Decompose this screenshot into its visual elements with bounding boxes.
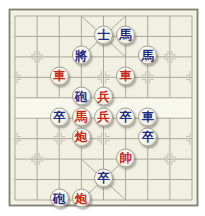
- xiangqi-board: 士馬將馬車車砲兵卒馬兵卒車炮卒帥卒砲炮: [0, 0, 205, 216]
- piece-red-cannon[interactable]: 炮: [72, 189, 91, 208]
- piece-black-soldier[interactable]: 卒: [50, 107, 69, 126]
- piece-red-chariot[interactable]: 車: [116, 66, 135, 85]
- piece-black-horse[interactable]: 馬: [116, 25, 135, 44]
- piece-black-chariot[interactable]: 車: [138, 107, 157, 126]
- piece-black-soldier[interactable]: 卒: [94, 169, 113, 188]
- piece-black-advisor[interactable]: 士: [94, 25, 113, 44]
- piece-red-chariot[interactable]: 車: [50, 66, 69, 85]
- piece-black-soldier[interactable]: 卒: [138, 128, 157, 147]
- piece-red-general[interactable]: 帥: [116, 148, 135, 167]
- piece-black-cannon[interactable]: 砲: [72, 87, 91, 106]
- piece-red-soldier[interactable]: 兵: [94, 107, 113, 126]
- pieces-layer: 士馬將馬車車砲兵卒馬兵卒車炮卒帥卒砲炮: [4, 6, 203, 210]
- piece-black-cannon[interactable]: 砲: [50, 189, 69, 208]
- piece-black-soldier[interactable]: 卒: [116, 107, 135, 126]
- piece-red-cannon[interactable]: 炮: [72, 128, 91, 147]
- piece-black-horse[interactable]: 馬: [138, 46, 157, 65]
- piece-black-general[interactable]: 將: [72, 46, 91, 65]
- piece-red-horse[interactable]: 馬: [72, 107, 91, 126]
- piece-red-soldier[interactable]: 兵: [94, 87, 113, 106]
